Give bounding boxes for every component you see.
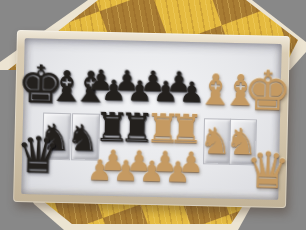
box-tray: ♚♝♝♟♟♟♟♟♟♟♟♜♜♞♞♛♝♝♚♜♜♞♞♛♟♟♟♟♟♟♟♟	[21, 38, 281, 200]
pieces-layer: ♚♝♝♟♟♟♟♟♟♟♟♜♜♞♞♛♝♝♚♜♜♞♞♛♟♟♟♟♟♟♟♟	[21, 38, 281, 200]
white-queen[interactable]: ♛	[245, 145, 291, 196]
black-queen[interactable]: ♛	[15, 130, 61, 181]
photo-chess-set-in-box: ♚♝♝♟♟♟♟♟♟♟♟♜♜♞♞♛♝♝♚♜♜♞♞♛♟♟♟♟♟♟♟♟	[0, 0, 306, 230]
white-king[interactable]: ♚	[243, 64, 293, 119]
chess-box: ♚♝♝♟♟♟♟♟♟♟♟♜♜♞♞♛♝♝♚♜♜♞♞♛♟♟♟♟♟♟♟♟	[13, 30, 290, 208]
white-pawn[interactable]: ♟	[178, 149, 204, 178]
black-knight[interactable]: ♞	[66, 120, 99, 157]
